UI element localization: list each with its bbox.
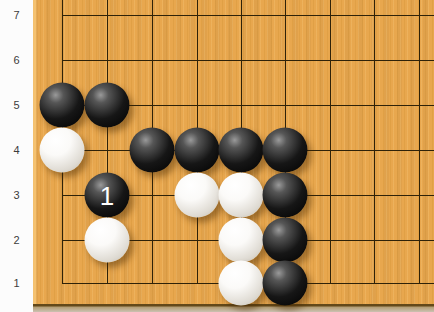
- stone-black-F2[interactable]: [263, 218, 308, 263]
- coord-label-4: 4: [0, 144, 33, 156]
- grid-vline-J: [419, 0, 420, 284]
- go-diagram-screen: 1 7654321: [0, 0, 434, 312]
- board-bottom-edge: [33, 304, 434, 312]
- stone-black-F4[interactable]: [263, 128, 308, 173]
- stone-white-D3[interactable]: [175, 173, 220, 218]
- stone-black-E4[interactable]: [219, 128, 264, 173]
- coord-label-2: 2: [0, 234, 33, 246]
- grid-vline-G: [330, 0, 331, 284]
- coord-label-7: 7: [0, 9, 33, 21]
- stone-white-B2[interactable]: [85, 218, 130, 263]
- stone-black-F3[interactable]: [263, 173, 308, 218]
- stone-black-B3[interactable]: 1: [85, 173, 130, 218]
- coordinate-label-strip: 7654321: [0, 0, 33, 312]
- stone-white-E1[interactable]: [219, 261, 264, 306]
- move-number-label: 1: [85, 173, 130, 218]
- grid-vline-H: [374, 0, 375, 284]
- coord-label-3: 3: [0, 189, 33, 201]
- go-board[interactable]: 1: [33, 0, 434, 304]
- coord-label-5: 5: [0, 99, 33, 111]
- stone-black-D4[interactable]: [175, 128, 220, 173]
- grid-hline-6: [62, 60, 434, 61]
- stone-white-E3[interactable]: [219, 173, 264, 218]
- stone-black-B5[interactable]: [85, 83, 130, 128]
- stone-black-C4[interactable]: [130, 128, 175, 173]
- stone-white-E2[interactable]: [219, 218, 264, 263]
- coord-label-1: 1: [0, 277, 33, 289]
- grid-hline-7: [62, 15, 434, 16]
- stone-black-F1[interactable]: [263, 261, 308, 306]
- coord-label-6: 6: [0, 54, 33, 66]
- stone-black-A5[interactable]: [40, 83, 85, 128]
- stone-white-A4[interactable]: [40, 128, 85, 173]
